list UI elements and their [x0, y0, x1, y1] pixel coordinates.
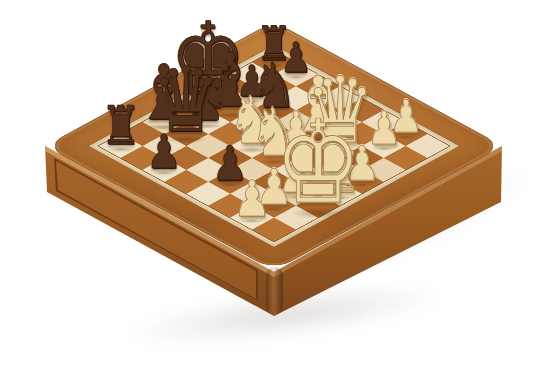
- piece-white-pawn-a2[interactable]: ♟: [233, 174, 271, 224]
- piece-black-rook-a8[interactable]: ♜: [100, 99, 140, 152]
- rook-glyph: ♜: [100, 99, 140, 152]
- box-corner-edge: [266, 267, 283, 315]
- piece-white-king-c1[interactable]: ♚: [275, 105, 362, 220]
- pawn-glyph: ♟: [147, 128, 183, 175]
- king-glyph: ♚: [275, 105, 362, 220]
- pawn-glyph: ♟: [233, 174, 271, 224]
- piece-black-pawn-a6[interactable]: ♟: [147, 128, 183, 175]
- product-photo-scene: ♜♝♚♜♛♞♝♟♟♟♞♟♞♞♟♝♛♟♟♟♟♟♚♜♟: [0, 0, 540, 370]
